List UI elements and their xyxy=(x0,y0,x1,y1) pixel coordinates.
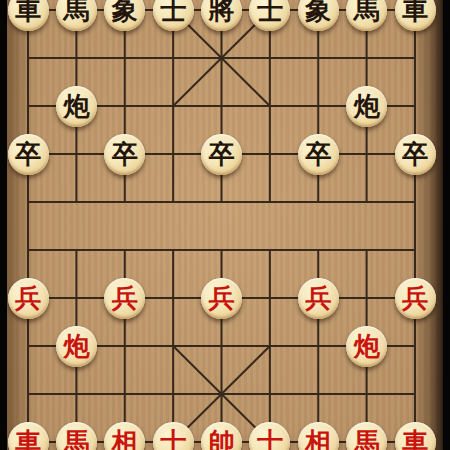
piece-label: 將 xyxy=(209,0,235,23)
piece-black-soldier[interactable]: 卒 xyxy=(298,134,339,175)
xiangqi-board: 車馬象士將士象馬車炮炮卒卒卒卒卒兵兵兵兵兵炮炮車馬相士帥士相馬車 xyxy=(0,0,450,450)
piece-label: 卒 xyxy=(112,141,138,167)
piece-label: 炮 xyxy=(63,93,89,119)
piece-label: 馬 xyxy=(354,429,380,450)
piece-red-soldier[interactable]: 兵 xyxy=(8,278,49,319)
piece-label: 卒 xyxy=(209,141,235,167)
piece-label: 相 xyxy=(112,429,138,450)
piece-black-cannon[interactable]: 炮 xyxy=(56,86,97,127)
piece-label: 車 xyxy=(402,429,428,450)
piece-red-soldier[interactable]: 兵 xyxy=(395,278,436,319)
piece-label: 士 xyxy=(257,429,283,450)
piece-label: 兵 xyxy=(112,285,138,311)
piece-label: 炮 xyxy=(354,93,380,119)
piece-label: 車 xyxy=(15,429,41,450)
piece-label: 車 xyxy=(402,0,428,23)
piece-label: 炮 xyxy=(354,333,380,359)
piece-label: 兵 xyxy=(402,285,428,311)
piece-label: 卒 xyxy=(15,141,41,167)
piece-label: 兵 xyxy=(305,285,331,311)
piece-red-cannon[interactable]: 炮 xyxy=(346,326,387,367)
piece-label: 兵 xyxy=(209,285,235,311)
piece-black-soldier[interactable]: 卒 xyxy=(201,134,242,175)
piece-label: 馬 xyxy=(63,429,89,450)
piece-label: 馬 xyxy=(63,0,89,23)
piece-black-cannon[interactable]: 炮 xyxy=(346,86,387,127)
piece-black-soldier[interactable]: 卒 xyxy=(395,134,436,175)
piece-label: 相 xyxy=(305,429,331,450)
piece-label: 炮 xyxy=(63,333,89,359)
piece-label: 士 xyxy=(257,0,283,23)
piece-red-soldier[interactable]: 兵 xyxy=(104,278,145,319)
piece-label: 帥 xyxy=(209,429,235,450)
piece-label: 馬 xyxy=(354,0,380,23)
board-grid xyxy=(0,0,450,450)
piece-label: 卒 xyxy=(305,141,331,167)
piece-red-soldier[interactable]: 兵 xyxy=(201,278,242,319)
piece-label: 車 xyxy=(15,0,41,23)
piece-black-soldier[interactable]: 卒 xyxy=(104,134,145,175)
piece-label: 象 xyxy=(305,0,331,23)
piece-label: 卒 xyxy=(402,141,428,167)
piece-label: 象 xyxy=(112,0,138,23)
piece-label: 士 xyxy=(160,0,186,23)
piece-label: 士 xyxy=(160,429,186,450)
piece-label: 兵 xyxy=(15,285,41,311)
piece-red-cannon[interactable]: 炮 xyxy=(56,326,97,367)
piece-red-soldier[interactable]: 兵 xyxy=(298,278,339,319)
piece-black-soldier[interactable]: 卒 xyxy=(8,134,49,175)
